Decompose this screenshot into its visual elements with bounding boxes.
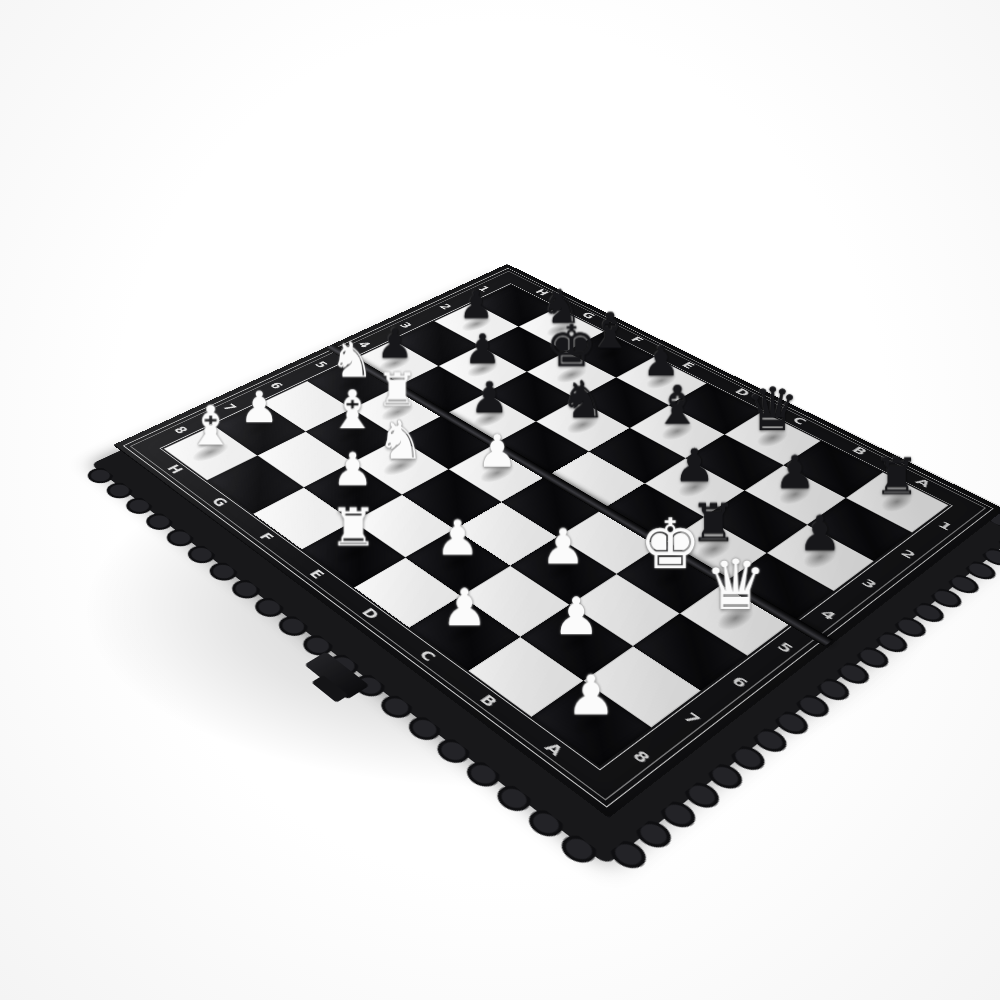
file-label-left-D: D — [359, 607, 382, 622]
white-pawn: ♟ — [477, 430, 517, 473]
rank-label-bottom-2: 2 — [898, 548, 918, 560]
black-pawn: ♟ — [674, 444, 715, 487]
file-label-right-E: E — [680, 361, 696, 370]
rank-label-bottom-3: 3 — [859, 578, 879, 591]
black-pawn: ♟ — [377, 324, 413, 363]
white-rook: ♜ — [377, 368, 419, 412]
file-label-left-E: E — [306, 568, 326, 581]
file-label-right-B: B — [850, 446, 869, 457]
black-knight: ♞ — [560, 376, 606, 424]
file-label-left-B: B — [476, 693, 499, 709]
white-pawn: ♟ — [436, 515, 480, 561]
black-pawn: ♟ — [775, 451, 816, 495]
square-a3: ♟ — [767, 525, 874, 591]
white-queen: ♛ — [704, 552, 766, 618]
black-pawn: ♟ — [459, 287, 494, 324]
white-bishop: ♝ — [186, 400, 235, 452]
rank-label-bottom-7: 7 — [680, 711, 702, 727]
white-knight: ♞ — [330, 337, 374, 384]
rank-label-bottom-1: 1 — [935, 520, 954, 532]
black-king: ♚ — [546, 320, 598, 375]
white-pawn: ♟ — [541, 523, 585, 570]
file-label-left-G: G — [209, 496, 229, 508]
black-pawn: ♟ — [798, 511, 842, 557]
white-pawn: ♟ — [441, 583, 487, 632]
black-queen: ♛ — [746, 381, 799, 438]
white-knight: ♞ — [377, 415, 425, 465]
photo-stage: ♝♟♞♟♟♝♜♟♞♟♞♟♚♝♜♟♞♟♟♝♟♟♟♛♟♚♜♟♟♛♟♜ 8877665… — [0, 0, 1000, 1000]
black-rook: ♜ — [874, 454, 919, 502]
rank-label-bottom-4: 4 — [817, 608, 838, 622]
white-pawn: ♟ — [553, 592, 600, 641]
white-pawn: ♟ — [332, 448, 373, 492]
file-label-left-F: F — [256, 531, 276, 543]
black-pawn: ♟ — [464, 330, 501, 369]
file-label-left-H: H — [164, 464, 184, 476]
black-bishop: ♝ — [653, 381, 701, 432]
rank-label-bottom-5: 5 — [774, 641, 795, 655]
black-pawn: ♟ — [470, 377, 508, 418]
white-rook: ♜ — [330, 503, 377, 553]
white-pawn: ♟ — [567, 670, 616, 722]
white-pawn: ♟ — [240, 387, 279, 428]
file-label-left-C: C — [416, 649, 438, 664]
file-label-left-A: A — [541, 741, 565, 759]
rank-label-top-2: 2 — [437, 303, 453, 311]
white-bishop: ♝ — [328, 384, 376, 435]
white-king: ♚ — [639, 512, 701, 578]
rank-label-top-5: 5 — [312, 361, 329, 370]
rank-label-bottom-6: 6 — [728, 675, 750, 690]
rank-label-bottom-8: 8 — [629, 749, 652, 766]
